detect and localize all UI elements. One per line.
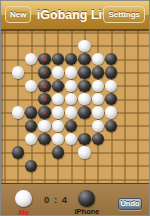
stone-black-winning <box>38 66 50 78</box>
stone-black <box>105 66 117 78</box>
status-bar: Me 0 : 4 iPhone Undo <box>1 183 150 216</box>
app-window: iGobang Lite New Settings Me 0 : 4 iPhon… <box>0 0 150 216</box>
stone-white <box>65 66 77 78</box>
stone-black <box>92 66 104 78</box>
stone-white <box>92 120 104 132</box>
stone-white <box>65 106 77 118</box>
win-marker-icon <box>43 97 47 101</box>
win-marker-icon <box>43 71 47 75</box>
navigation-bar: iGobang Lite New Settings <box>1 1 149 30</box>
stone-white <box>65 80 77 92</box>
white-player-stone-icon <box>15 190 32 207</box>
black-player-stone-icon <box>78 190 95 207</box>
settings-button[interactable]: Settings <box>103 6 145 23</box>
stone-black <box>38 133 50 145</box>
stone-white <box>92 80 104 92</box>
stone-black <box>105 120 117 132</box>
stone-white <box>78 146 90 158</box>
stone-white <box>65 133 77 145</box>
stone-black <box>65 53 77 65</box>
stone-black <box>105 93 117 105</box>
stone-white <box>92 106 104 118</box>
stone-white <box>38 120 50 132</box>
stone-white <box>25 53 37 65</box>
win-marker-icon <box>43 111 47 115</box>
stone-white <box>78 40 90 52</box>
stone-white <box>52 106 64 118</box>
stone-white <box>92 93 104 105</box>
stone-white <box>52 133 64 145</box>
stone-black <box>78 66 90 78</box>
stones-grid <box>0 26 144 186</box>
stone-white <box>78 93 90 105</box>
stone-white <box>52 66 64 78</box>
stone-black <box>78 53 90 65</box>
win-marker-icon <box>43 84 47 88</box>
stone-white <box>52 93 64 105</box>
black-player-label: iPhone <box>69 207 105 216</box>
stone-white <box>52 120 64 132</box>
undo-button[interactable]: Undo <box>118 198 142 210</box>
stone-black <box>105 53 117 65</box>
stone-white <box>105 106 117 118</box>
score-display: 0 : 4 <box>39 194 73 205</box>
stone-white <box>65 93 77 105</box>
stone-black-winning <box>38 106 50 118</box>
stone-black <box>25 120 37 132</box>
stone-black <box>25 160 37 172</box>
stone-black <box>78 133 90 145</box>
stone-black <box>78 106 90 118</box>
stone-white <box>92 53 104 65</box>
stone-black-winning <box>38 80 50 92</box>
white-player-label: Me <box>9 208 39 216</box>
gomoku-board[interactable] <box>1 29 150 183</box>
stone-black <box>52 146 64 158</box>
stone-white <box>12 106 24 118</box>
stone-black <box>52 53 64 65</box>
stone-white <box>25 133 37 145</box>
stone-black-winning <box>38 93 50 105</box>
stone-black <box>52 80 64 92</box>
stone-white <box>25 80 37 92</box>
stone-black <box>92 133 104 145</box>
stone-black <box>12 146 24 158</box>
win-marker-icon <box>43 57 47 61</box>
stone-white <box>12 66 24 78</box>
stone-black <box>25 106 37 118</box>
stone-black <box>65 120 77 132</box>
stone-white <box>105 80 117 92</box>
stone-black <box>78 80 90 92</box>
stone-black-winning <box>38 53 50 65</box>
new-game-button[interactable]: New <box>5 6 31 23</box>
